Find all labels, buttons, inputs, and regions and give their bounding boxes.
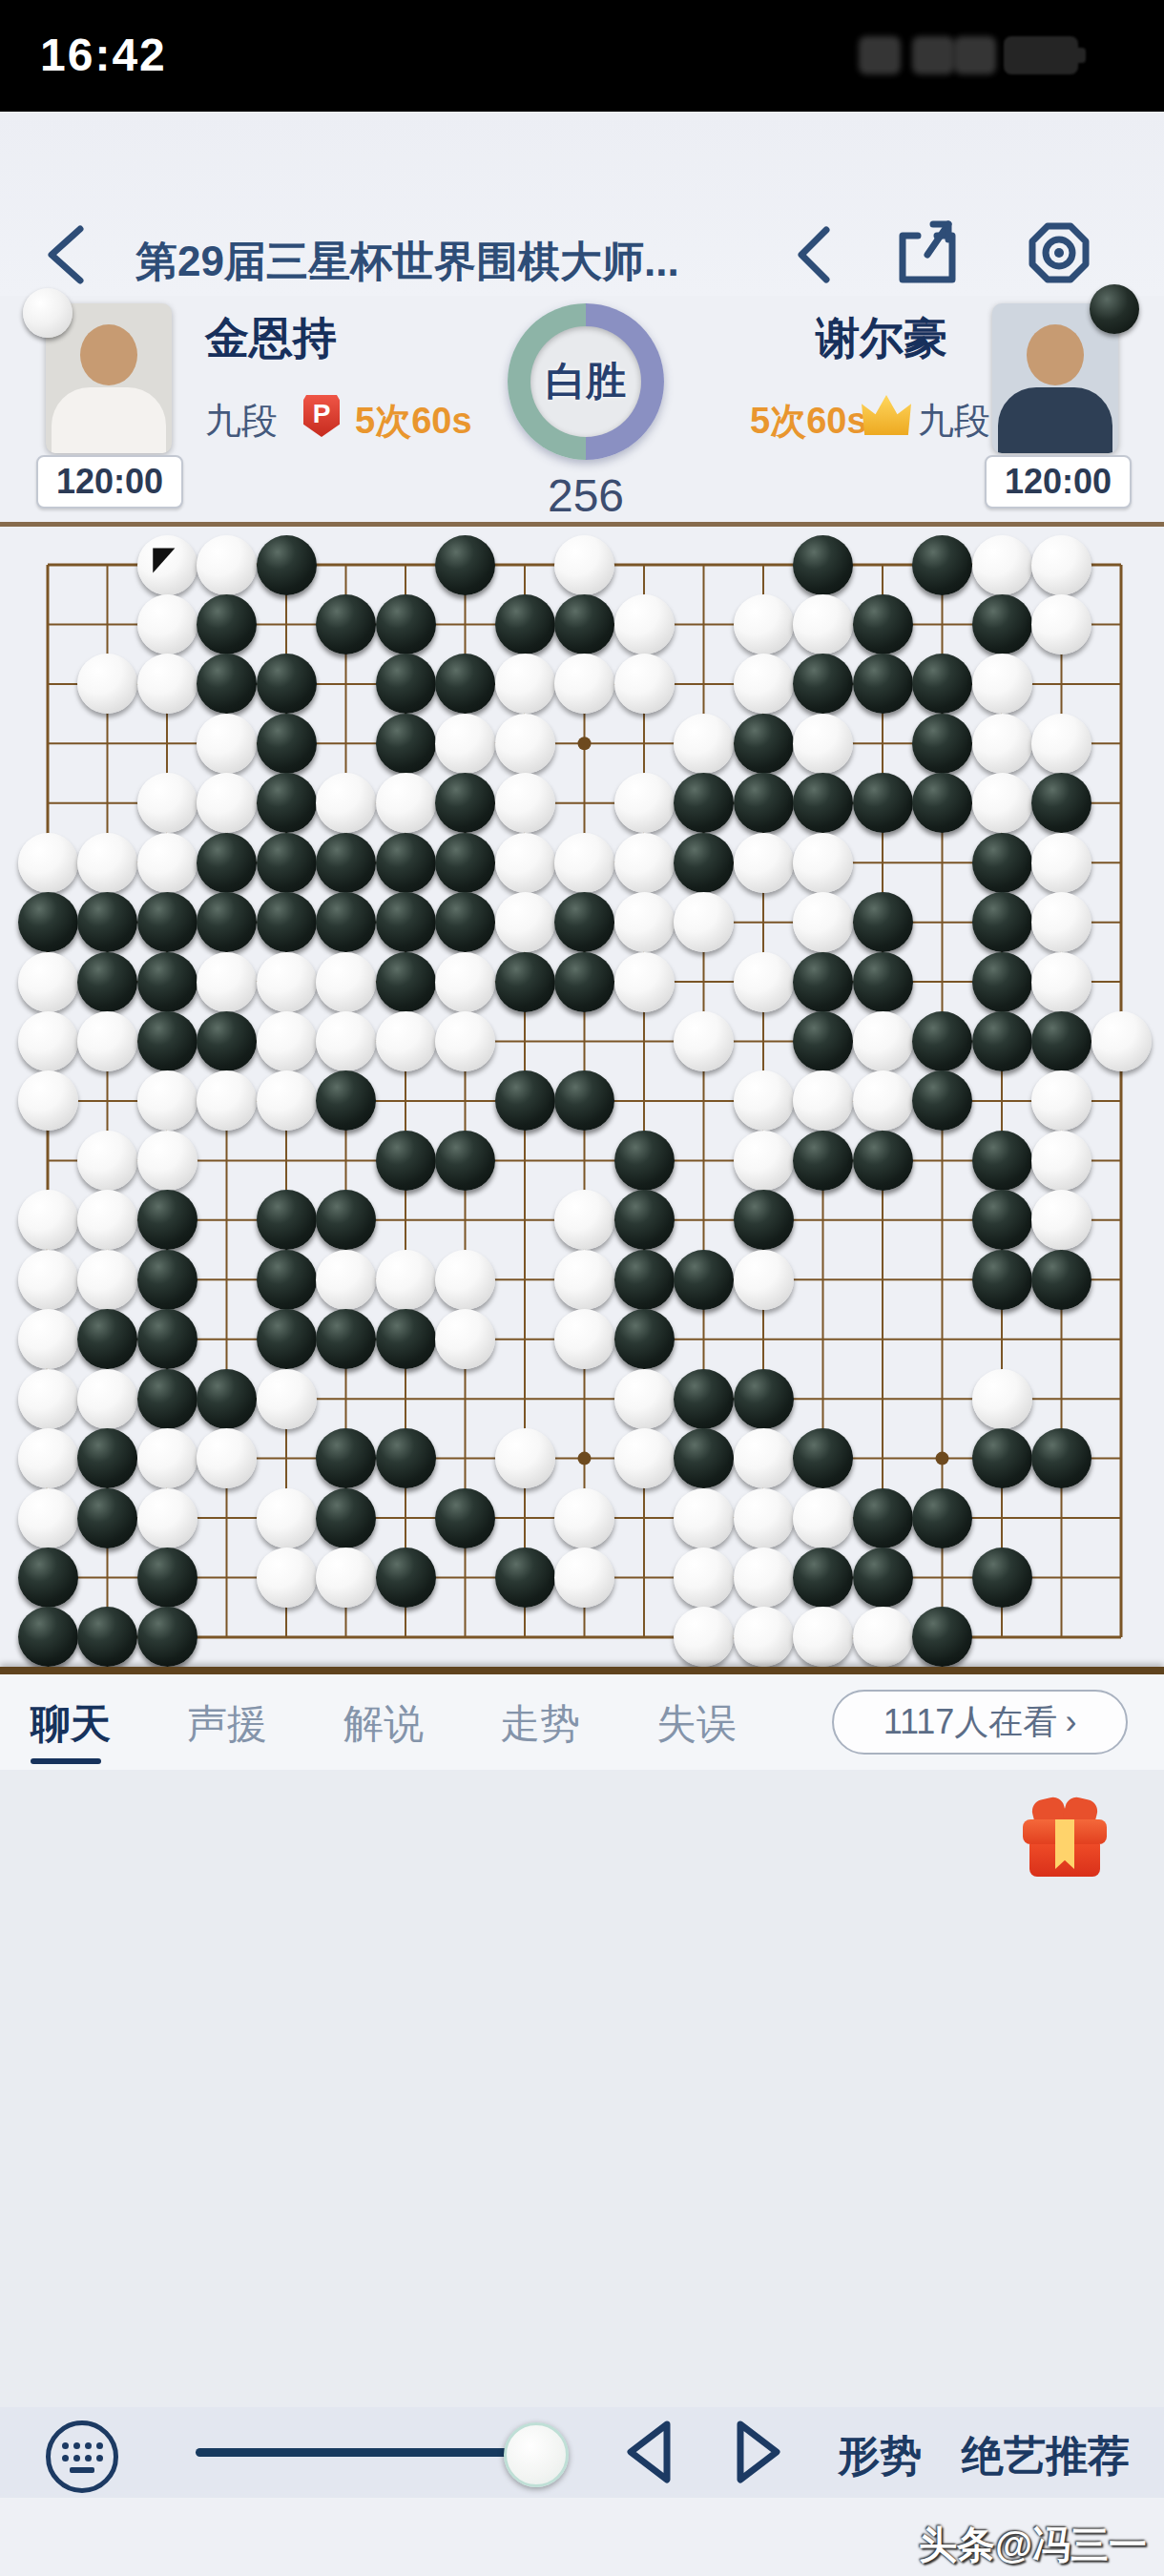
white-stone[interactable] (77, 1011, 137, 1071)
white-stone[interactable] (137, 594, 197, 654)
black-stone[interactable] (972, 1250, 1032, 1310)
white-stone[interactable] (614, 833, 675, 893)
go-board[interactable] (0, 522, 1164, 1674)
white-stone[interactable] (18, 1070, 78, 1131)
black-stone[interactable] (316, 1428, 376, 1488)
white-stone[interactable] (495, 1428, 555, 1488)
white-stone[interactable] (734, 654, 794, 714)
black-stone[interactable] (316, 1488, 376, 1548)
black-stone[interactable] (554, 892, 614, 952)
move-number: 256 (508, 469, 664, 522)
white-stone[interactable] (495, 773, 555, 833)
black-stone[interactable] (793, 952, 853, 1012)
status-time: 16:42 (40, 29, 167, 81)
black-stone[interactable] (137, 1548, 197, 1608)
player-right-timeouts: 5次60s (750, 397, 867, 446)
white-stone[interactable] (674, 1488, 734, 1548)
black-stone[interactable] (734, 1369, 794, 1429)
signal-icon (859, 36, 901, 74)
settings-icon[interactable] (1023, 217, 1095, 289)
page-title: 第29届三星杯世界围棋大师... (135, 234, 794, 290)
player-right-clock: 120:00 (985, 455, 1132, 509)
white-stone[interactable] (316, 1011, 376, 1071)
white-stone[interactable] (972, 1369, 1032, 1429)
white-stone[interactable] (316, 952, 376, 1012)
black-stone[interactable] (77, 1428, 137, 1488)
black-stone[interactable] (912, 1011, 972, 1071)
black-stone[interactable] (77, 1607, 137, 1667)
collapse-chevron-icon[interactable] (790, 224, 840, 285)
white-stone[interactable] (495, 833, 555, 893)
chevron-right-icon: › (1065, 1702, 1076, 1742)
white-stone[interactable] (257, 1488, 317, 1548)
black-stone[interactable] (1031, 1011, 1091, 1071)
black-stone[interactable] (257, 714, 317, 774)
white-stone[interactable] (734, 1488, 794, 1548)
black-stone[interactable] (972, 892, 1032, 952)
black-stone[interactable] (495, 1070, 555, 1131)
white-stone[interactable] (197, 773, 257, 833)
back-icon[interactable] (38, 221, 95, 288)
nav-header: 第29届三星杯世界围棋大师... (0, 112, 1164, 296)
white-stone[interactable] (376, 1250, 436, 1310)
black-stone[interactable] (674, 1369, 734, 1429)
white-stone[interactable] (734, 1428, 794, 1488)
white-stone[interactable] (1031, 535, 1091, 595)
white-stone[interactable] (734, 833, 794, 893)
black-stone[interactable] (137, 892, 197, 952)
white-stone[interactable] (853, 1011, 913, 1071)
white-stone[interactable] (614, 594, 675, 654)
white-stone[interactable] (77, 1369, 137, 1429)
black-stone[interactable] (197, 654, 257, 714)
go-live-app: 16:42 第29届三星杯世界围棋大师... 金恩持 (0, 0, 1164, 2576)
black-stone[interactable] (376, 833, 436, 893)
notification-icon (954, 36, 996, 74)
black-stone[interactable] (853, 654, 913, 714)
black-stone[interactable] (853, 952, 913, 1012)
chat-content-area (0, 1770, 1164, 2407)
white-stone[interactable] (793, 1607, 853, 1667)
gift-icon[interactable] (1023, 1798, 1107, 1877)
black-stone[interactable] (972, 1548, 1032, 1608)
move-slider-knob[interactable] (504, 2422, 569, 2487)
white-stone[interactable] (376, 773, 436, 833)
white-stone[interactable] (1031, 833, 1091, 893)
black-stone[interactable] (912, 1488, 972, 1548)
white-stone[interactable] (18, 1250, 78, 1310)
black-stone[interactable] (912, 535, 972, 595)
white-stone[interactable] (554, 1190, 614, 1250)
black-stone[interactable] (793, 773, 853, 833)
black-stone[interactable] (435, 833, 495, 893)
result-donut: 白胜 (508, 303, 664, 460)
prev-move-button[interactable] (615, 2415, 682, 2489)
tab-support[interactable]: 声援 (187, 1697, 267, 1751)
black-stone[interactable] (1031, 1250, 1091, 1310)
keyboard-icon[interactable] (46, 2420, 118, 2493)
white-stone[interactable] (674, 714, 734, 774)
black-stone[interactable] (137, 1190, 197, 1250)
white-stone[interactable] (793, 594, 853, 654)
black-stone[interactable] (435, 892, 495, 952)
player-left-timeouts: 5次60s (355, 397, 472, 446)
white-stone[interactable] (853, 1607, 913, 1667)
next-move-button[interactable] (725, 2415, 792, 2489)
black-stone[interactable] (257, 833, 317, 893)
black-stone[interactable] (614, 1309, 675, 1369)
white-stone[interactable] (18, 833, 78, 893)
white-stone[interactable] (793, 892, 853, 952)
black-stone[interactable] (376, 654, 436, 714)
black-stone[interactable] (435, 1131, 495, 1191)
white-stone[interactable] (18, 1488, 78, 1548)
tab-mistakes[interactable]: 失误 (656, 1697, 737, 1751)
white-stone[interactable] (77, 654, 137, 714)
white-stone[interactable] (197, 535, 257, 595)
white-stone[interactable] (77, 1131, 137, 1191)
black-stone[interactable] (197, 594, 257, 654)
white-stone[interactable] (18, 1011, 78, 1071)
white-stone[interactable] (495, 892, 555, 952)
white-stone[interactable] (614, 773, 675, 833)
last-move-marker (149, 545, 181, 577)
player-right-name: 谢尔豪 (816, 309, 947, 368)
black-stone[interactable] (376, 1131, 436, 1191)
black-stone[interactable] (257, 1250, 317, 1310)
black-stone[interactable] (495, 1548, 555, 1608)
black-stone[interactable] (734, 714, 794, 774)
black-stone[interactable] (912, 1607, 972, 1667)
black-stone[interactable] (257, 773, 317, 833)
white-stone[interactable] (1031, 714, 1091, 774)
black-stone[interactable] (137, 1607, 197, 1667)
white-stone[interactable] (972, 773, 1032, 833)
black-stone[interactable] (972, 594, 1032, 654)
black-stone[interactable] (316, 892, 376, 952)
white-stone[interactable] (376, 1011, 436, 1071)
result-label: 白胜 (546, 355, 626, 408)
black-stone[interactable] (137, 1309, 197, 1369)
white-stone[interactable] (674, 1011, 734, 1071)
black-stone[interactable] (316, 1190, 376, 1250)
white-stone[interactable] (18, 1190, 78, 1250)
white-stone[interactable] (614, 1428, 675, 1488)
white-stone[interactable] (77, 833, 137, 893)
white-stone[interactable] (435, 952, 495, 1012)
bottom-controls: 形势 绝艺推荐 (0, 2407, 1164, 2498)
white-stone[interactable] (77, 1250, 137, 1310)
black-stone[interactable] (972, 833, 1032, 893)
black-stone[interactable] (972, 1428, 1032, 1488)
black-stone[interactable] (137, 952, 197, 1012)
white-stone[interactable] (554, 535, 614, 595)
white-stone[interactable] (793, 1488, 853, 1548)
black-stone[interactable] (554, 952, 614, 1012)
black-stone[interactable] (316, 1309, 376, 1369)
white-stone[interactable] (495, 714, 555, 774)
black-stone[interactable] (435, 773, 495, 833)
white-stone[interactable] (614, 952, 675, 1012)
white-stone[interactable] (137, 773, 197, 833)
white-stone[interactable] (1031, 952, 1091, 1012)
white-stone[interactable] (674, 1548, 734, 1608)
black-stone[interactable] (734, 773, 794, 833)
battery-icon (1004, 36, 1078, 74)
white-stone[interactable] (793, 714, 853, 774)
black-stone[interactable] (793, 1011, 853, 1071)
black-stone[interactable] (257, 892, 317, 952)
white-stone[interactable] (554, 1488, 614, 1548)
black-stone[interactable] (614, 1250, 675, 1310)
white-stone[interactable] (1031, 1190, 1091, 1250)
white-stone[interactable] (972, 714, 1032, 774)
white-stone[interactable] (614, 892, 675, 952)
white-stone[interactable] (137, 1428, 197, 1488)
white-stone[interactable] (793, 833, 853, 893)
black-stone[interactable] (316, 594, 376, 654)
black-stone[interactable] (77, 1309, 137, 1369)
white-stone[interactable] (257, 952, 317, 1012)
white-stone[interactable] (853, 1070, 913, 1131)
black-stone[interactable] (257, 654, 317, 714)
share-icon[interactable] (893, 217, 962, 289)
black-stone[interactable] (197, 1011, 257, 1071)
white-stone[interactable] (1031, 1131, 1091, 1191)
player-left-name: 金恩持 (205, 309, 337, 368)
black-stone[interactable] (376, 1548, 436, 1608)
black-stone[interactable] (257, 1309, 317, 1369)
white-stone[interactable] (1031, 594, 1091, 654)
black-stone[interactable] (376, 1309, 436, 1369)
white-stone[interactable] (137, 1131, 197, 1191)
black-stone[interactable] (77, 892, 137, 952)
white-stone[interactable] (614, 1369, 675, 1429)
black-stone[interactable] (674, 773, 734, 833)
player-right-rank: 九段 (918, 397, 990, 446)
black-stone[interactable] (734, 1190, 794, 1250)
white-stone[interactable] (435, 1250, 495, 1310)
white-stone[interactable] (197, 714, 257, 774)
watermark: 头条@冯三一 (919, 2519, 1147, 2571)
white-stone[interactable] (435, 714, 495, 774)
white-stone[interactable] (77, 1190, 137, 1250)
black-stone[interactable] (793, 1131, 853, 1191)
white-stone[interactable] (435, 1011, 495, 1071)
black-stone[interactable] (853, 1131, 913, 1191)
black-stone[interactable] (1031, 1428, 1091, 1488)
black-stone[interactable] (376, 594, 436, 654)
black-stone[interactable] (853, 773, 913, 833)
white-stone[interactable] (18, 1369, 78, 1429)
black-stone[interactable] (197, 892, 257, 952)
white-stone[interactable] (137, 1488, 197, 1548)
black-stone[interactable] (495, 952, 555, 1012)
white-stone[interactable] (137, 833, 197, 893)
white-stone[interactable] (614, 654, 675, 714)
viewers-pill[interactable]: 1117人在看 › (832, 1690, 1128, 1755)
white-stone[interactable] (137, 1070, 197, 1131)
tab-bar: 聊天 声援 解说 走势 失误 1117人在看 › (0, 1674, 1164, 1770)
white-stone[interactable] (257, 1548, 317, 1608)
black-stone[interactable] (18, 892, 78, 952)
black-stone[interactable] (316, 833, 376, 893)
player-left-rank: 九段 (205, 397, 278, 446)
white-stone[interactable] (197, 1428, 257, 1488)
black-stone[interactable] (853, 1548, 913, 1608)
white-stone[interactable] (257, 1070, 317, 1131)
situation-button[interactable]: 形势 (838, 2428, 922, 2484)
viewers-count: 1117人在看 (883, 1699, 1058, 1746)
white-stone[interactable] (972, 654, 1032, 714)
wifi-icon (912, 36, 954, 74)
white-stone[interactable] (734, 1607, 794, 1667)
white-stone[interactable] (554, 1250, 614, 1310)
black-stone[interactable] (197, 833, 257, 893)
black-stone[interactable] (435, 535, 495, 595)
black-stone[interactable] (376, 1428, 436, 1488)
p-badge-icon: P (303, 395, 340, 437)
black-stone[interactable] (376, 714, 436, 774)
black-stone[interactable] (435, 1488, 495, 1548)
white-stone[interactable] (257, 1011, 317, 1071)
white-stone[interactable] (197, 952, 257, 1012)
black-stone[interactable] (674, 1250, 734, 1310)
white-stone[interactable] (18, 1428, 78, 1488)
white-stone[interactable] (554, 1309, 614, 1369)
white-stone[interactable] (674, 1607, 734, 1667)
black-stone[interactable] (972, 1131, 1032, 1191)
black-stone[interactable] (912, 773, 972, 833)
white-stone[interactable] (554, 654, 614, 714)
black-stone[interactable] (972, 1011, 1032, 1071)
black-stone[interactable] (18, 1607, 78, 1667)
white-stone[interactable] (554, 833, 614, 893)
white-stone[interactable] (316, 773, 376, 833)
white-stone[interactable] (495, 654, 555, 714)
black-stone[interactable] (912, 714, 972, 774)
white-stone[interactable] (137, 535, 197, 595)
black-stone[interactable] (376, 892, 436, 952)
white-stone[interactable] (972, 535, 1032, 595)
white-stone[interactable] (734, 594, 794, 654)
tab-chat[interactable]: 聊天 (31, 1697, 111, 1751)
white-stone[interactable] (137, 654, 197, 714)
black-stone[interactable] (137, 1011, 197, 1071)
white-stone[interactable] (734, 1131, 794, 1191)
white-stone[interactable] (734, 952, 794, 1012)
tab-trend[interactable]: 走势 (500, 1697, 580, 1751)
black-stone[interactable] (674, 1428, 734, 1488)
black-stone[interactable] (674, 833, 734, 893)
active-tab-underline (31, 1758, 101, 1764)
black-stone-badge (1090, 284, 1139, 334)
white-stone[interactable] (734, 1250, 794, 1310)
black-stone[interactable] (972, 952, 1032, 1012)
black-stone[interactable] (495, 594, 555, 654)
black-stone[interactable] (912, 654, 972, 714)
white-stone[interactable] (435, 1309, 495, 1369)
black-stone[interactable] (376, 952, 436, 1012)
white-stone[interactable] (674, 892, 734, 952)
black-stone[interactable] (1031, 773, 1091, 833)
black-stone[interactable] (853, 892, 913, 952)
white-stone[interactable] (257, 1369, 317, 1429)
black-stone[interactable] (257, 1190, 317, 1250)
white-stone[interactable] (316, 1548, 376, 1608)
white-stone[interactable] (1031, 892, 1091, 952)
black-stone[interactable] (435, 654, 495, 714)
black-stone[interactable] (554, 594, 614, 654)
white-stone[interactable] (734, 1548, 794, 1608)
crown-icon (862, 395, 911, 435)
status-bar: 16:42 (0, 0, 1164, 112)
black-stone[interactable] (793, 1548, 853, 1608)
black-stone[interactable] (137, 1369, 197, 1429)
white-stone[interactable] (554, 1548, 614, 1608)
black-stone[interactable] (614, 1190, 675, 1250)
tab-commentary[interactable]: 解说 (343, 1697, 424, 1751)
black-stone[interactable] (972, 1190, 1032, 1250)
black-stone[interactable] (853, 594, 913, 654)
ai-recommend-button[interactable]: 绝艺推荐 (962, 2428, 1130, 2484)
black-stone[interactable] (793, 1428, 853, 1488)
black-stone[interactable] (614, 1131, 675, 1191)
black-stone[interactable] (197, 1369, 257, 1429)
white-stone[interactable] (316, 1250, 376, 1310)
black-stone[interactable] (77, 1488, 137, 1548)
white-stone[interactable] (18, 952, 78, 1012)
white-stone[interactable] (18, 1309, 78, 1369)
black-stone[interactable] (793, 535, 853, 595)
black-stone[interactable] (793, 654, 853, 714)
player-left-clock: 120:00 (36, 455, 183, 509)
black-stone[interactable] (77, 952, 137, 1012)
black-stone[interactable] (18, 1548, 78, 1608)
white-stone[interactable] (1091, 1011, 1152, 1071)
black-stone[interactable] (137, 1250, 197, 1310)
black-stone[interactable] (853, 1488, 913, 1548)
white-stone-badge (23, 288, 73, 338)
white-stone[interactable] (734, 1070, 794, 1131)
black-stone[interactable] (257, 535, 317, 595)
